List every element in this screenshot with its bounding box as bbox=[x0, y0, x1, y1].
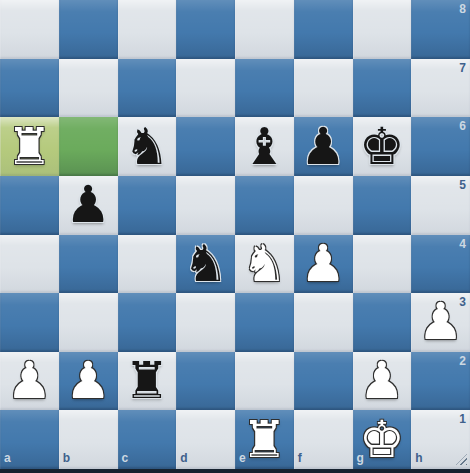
file-label-a: a bbox=[4, 451, 11, 465]
square-d5[interactable] bbox=[176, 176, 235, 235]
board-resize-handle[interactable] bbox=[456, 454, 467, 465]
square-h5[interactable]: 5 bbox=[411, 176, 470, 235]
square-d7[interactable] bbox=[176, 59, 235, 118]
square-a6[interactable]: ♜ bbox=[0, 117, 59, 176]
white-king-g1[interactable]: ♚ bbox=[359, 411, 405, 469]
square-d2[interactable] bbox=[176, 352, 235, 411]
square-d4[interactable]: ♞ bbox=[176, 235, 235, 294]
white-knight-e4[interactable]: ♞ bbox=[242, 235, 288, 293]
white-pawn-f4[interactable]: ♟ bbox=[300, 235, 346, 293]
square-c4[interactable] bbox=[118, 235, 177, 294]
square-b1[interactable]: b bbox=[59, 410, 118, 469]
square-e6[interactable]: ♝ bbox=[235, 117, 294, 176]
file-label-c: c bbox=[122, 451, 129, 465]
square-e2[interactable] bbox=[235, 352, 294, 411]
square-h2[interactable]: 2 bbox=[411, 352, 470, 411]
square-c3[interactable] bbox=[118, 293, 177, 352]
square-g8[interactable] bbox=[353, 0, 412, 59]
square-f4[interactable]: ♟ bbox=[294, 235, 353, 294]
square-f5[interactable] bbox=[294, 176, 353, 235]
black-knight-c6[interactable]: ♞ bbox=[124, 118, 170, 176]
square-c6[interactable]: ♞ bbox=[118, 117, 177, 176]
square-a5[interactable] bbox=[0, 176, 59, 235]
square-e4[interactable]: ♞ bbox=[235, 235, 294, 294]
rank-label-5: 5 bbox=[459, 178, 466, 192]
square-g7[interactable] bbox=[353, 59, 412, 118]
square-d8[interactable] bbox=[176, 0, 235, 59]
file-label-h: h bbox=[415, 451, 422, 465]
rank-label-8: 8 bbox=[459, 2, 466, 16]
file-label-d: d bbox=[180, 451, 187, 465]
square-a8[interactable] bbox=[0, 0, 59, 59]
square-g4[interactable] bbox=[353, 235, 412, 294]
rank-label-4: 4 bbox=[459, 237, 466, 251]
square-g6[interactable]: ♚ bbox=[353, 117, 412, 176]
square-h3[interactable]: 3♟ bbox=[411, 293, 470, 352]
board-grid: 87♜♞♝♟♚6♟5♞♞♟43♟♟♟♜♟2abcde♜fg♚1h bbox=[0, 0, 470, 469]
square-h4[interactable]: 4 bbox=[411, 235, 470, 294]
white-pawn-a2[interactable]: ♟ bbox=[7, 352, 53, 410]
square-d1[interactable]: d bbox=[176, 410, 235, 469]
chess-board: 87♜♞♝♟♚6♟5♞♞♟43♟♟♟♜♟2abcde♜fg♚1h bbox=[0, 0, 470, 473]
black-pawn-f6[interactable]: ♟ bbox=[300, 118, 346, 176]
square-a1[interactable]: a bbox=[0, 410, 59, 469]
square-d6[interactable] bbox=[176, 117, 235, 176]
square-c8[interactable] bbox=[118, 0, 177, 59]
square-a2[interactable]: ♟ bbox=[0, 352, 59, 411]
black-rook-c2[interactable]: ♜ bbox=[124, 352, 170, 410]
square-c7[interactable] bbox=[118, 59, 177, 118]
square-a3[interactable] bbox=[0, 293, 59, 352]
square-h7[interactable]: 7 bbox=[411, 59, 470, 118]
file-label-f: f bbox=[298, 451, 302, 465]
black-king-g6[interactable]: ♚ bbox=[359, 118, 405, 176]
square-b8[interactable] bbox=[59, 0, 118, 59]
white-pawn-h3[interactable]: ♟ bbox=[418, 293, 464, 351]
black-bishop-e6[interactable]: ♝ bbox=[242, 118, 288, 176]
rank-label-6: 6 bbox=[459, 119, 466, 133]
white-rook-e1[interactable]: ♜ bbox=[242, 411, 288, 469]
square-b6[interactable] bbox=[59, 117, 118, 176]
square-e7[interactable] bbox=[235, 59, 294, 118]
square-f3[interactable] bbox=[294, 293, 353, 352]
square-b5[interactable]: ♟ bbox=[59, 176, 118, 235]
square-e3[interactable] bbox=[235, 293, 294, 352]
square-d3[interactable] bbox=[176, 293, 235, 352]
square-g2[interactable]: ♟ bbox=[353, 352, 412, 411]
white-rook-a6[interactable]: ♜ bbox=[7, 118, 53, 176]
square-b2[interactable]: ♟ bbox=[59, 352, 118, 411]
board-bottom-edge bbox=[0, 469, 470, 473]
square-f8[interactable] bbox=[294, 0, 353, 59]
square-c2[interactable]: ♜ bbox=[118, 352, 177, 411]
black-pawn-b5[interactable]: ♟ bbox=[65, 176, 111, 234]
square-f6[interactable]: ♟ bbox=[294, 117, 353, 176]
square-c1[interactable]: c bbox=[118, 410, 177, 469]
white-pawn-g2[interactable]: ♟ bbox=[359, 352, 405, 410]
square-a7[interactable] bbox=[0, 59, 59, 118]
square-b4[interactable] bbox=[59, 235, 118, 294]
square-e8[interactable] bbox=[235, 0, 294, 59]
rank-label-7: 7 bbox=[459, 61, 466, 75]
square-a4[interactable] bbox=[0, 235, 59, 294]
file-label-b: b bbox=[63, 451, 70, 465]
square-h8[interactable]: 8 bbox=[411, 0, 470, 59]
square-f7[interactable] bbox=[294, 59, 353, 118]
white-pawn-b2[interactable]: ♟ bbox=[65, 352, 111, 410]
square-e1[interactable]: e♜ bbox=[235, 410, 294, 469]
square-b7[interactable] bbox=[59, 59, 118, 118]
square-b3[interactable] bbox=[59, 293, 118, 352]
square-g1[interactable]: g♚ bbox=[353, 410, 412, 469]
square-g3[interactable] bbox=[353, 293, 412, 352]
black-knight-d4[interactable]: ♞ bbox=[183, 235, 229, 293]
rank-label-1: 1 bbox=[459, 412, 466, 426]
square-e5[interactable] bbox=[235, 176, 294, 235]
square-f2[interactable] bbox=[294, 352, 353, 411]
rank-label-2: 2 bbox=[459, 354, 466, 368]
square-h1[interactable]: 1h bbox=[411, 410, 470, 469]
square-c5[interactable] bbox=[118, 176, 177, 235]
square-g5[interactable] bbox=[353, 176, 412, 235]
square-h6[interactable]: 6 bbox=[411, 117, 470, 176]
square-f1[interactable]: f bbox=[294, 410, 353, 469]
